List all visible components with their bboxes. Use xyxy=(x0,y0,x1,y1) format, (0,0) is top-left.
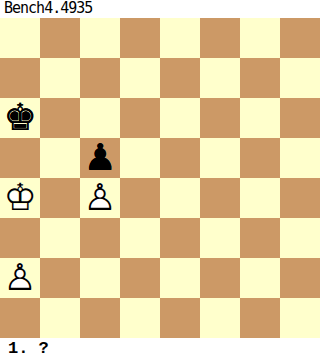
page-title: Bench4.4935 xyxy=(0,0,320,18)
square-e2[interactable] xyxy=(160,258,200,298)
square-c8[interactable] xyxy=(80,18,120,58)
square-a1[interactable] xyxy=(0,298,40,338)
square-f5[interactable] xyxy=(200,138,240,178)
piece-white-king[interactable]: ♚♔ xyxy=(0,178,40,218)
square-b1[interactable] xyxy=(40,298,80,338)
square-f7[interactable] xyxy=(200,58,240,98)
square-a5[interactable] xyxy=(0,138,40,178)
square-g1[interactable] xyxy=(240,298,280,338)
square-e3[interactable] xyxy=(160,218,200,258)
square-g4[interactable] xyxy=(240,178,280,218)
square-d4[interactable] xyxy=(120,178,160,218)
square-c1[interactable] xyxy=(80,298,120,338)
square-d5[interactable] xyxy=(120,138,160,178)
white-king-outline-glyph: ♔ xyxy=(0,178,40,218)
piece-white-pawn[interactable]: ♟♙ xyxy=(80,178,120,218)
square-a4[interactable]: ♚♔ xyxy=(0,178,40,218)
white-pawn-outline-glyph: ♙ xyxy=(0,258,40,298)
square-b7[interactable] xyxy=(40,58,80,98)
square-b3[interactable] xyxy=(40,218,80,258)
square-h7[interactable] xyxy=(280,58,320,98)
square-f6[interactable] xyxy=(200,98,240,138)
square-d1[interactable] xyxy=(120,298,160,338)
square-c4[interactable]: ♟♙ xyxy=(80,178,120,218)
square-h4[interactable] xyxy=(280,178,320,218)
square-f8[interactable] xyxy=(200,18,240,58)
square-e6[interactable] xyxy=(160,98,200,138)
square-f3[interactable] xyxy=(200,218,240,258)
square-h2[interactable] xyxy=(280,258,320,298)
square-c2[interactable] xyxy=(80,258,120,298)
square-c6[interactable] xyxy=(80,98,120,138)
square-g5[interactable] xyxy=(240,138,280,178)
square-b4[interactable] xyxy=(40,178,80,218)
black-king-outline-glyph: ♚ xyxy=(0,98,40,138)
square-h1[interactable] xyxy=(280,298,320,338)
square-g8[interactable] xyxy=(240,18,280,58)
square-a2[interactable]: ♟♙ xyxy=(0,258,40,298)
square-e8[interactable] xyxy=(160,18,200,58)
square-e7[interactable] xyxy=(160,58,200,98)
square-c7[interactable] xyxy=(80,58,120,98)
square-f1[interactable] xyxy=(200,298,240,338)
square-b2[interactable] xyxy=(40,258,80,298)
piece-black-king[interactable]: ♚♚ xyxy=(0,98,40,138)
piece-black-pawn[interactable]: ♟♟ xyxy=(80,138,120,178)
chess-board: ♚♚♟♟♚♔♟♙♟♙ xyxy=(0,18,320,338)
move-prompt: 1. ? xyxy=(0,338,320,360)
square-b8[interactable] xyxy=(40,18,80,58)
square-f2[interactable] xyxy=(200,258,240,298)
piece-white-pawn[interactable]: ♟♙ xyxy=(0,258,40,298)
square-e5[interactable] xyxy=(160,138,200,178)
square-a6[interactable]: ♚♚ xyxy=(0,98,40,138)
square-e4[interactable] xyxy=(160,178,200,218)
square-d7[interactable] xyxy=(120,58,160,98)
square-f4[interactable] xyxy=(200,178,240,218)
square-h6[interactable] xyxy=(280,98,320,138)
square-g6[interactable] xyxy=(240,98,280,138)
square-a3[interactable] xyxy=(0,218,40,258)
square-e1[interactable] xyxy=(160,298,200,338)
square-c3[interactable] xyxy=(80,218,120,258)
square-d2[interactable] xyxy=(120,258,160,298)
square-g3[interactable] xyxy=(240,218,280,258)
chess-diagram-window: Bench4.4935 ♚♚♟♟♚♔♟♙♟♙ 1. ? xyxy=(0,0,320,360)
white-pawn-outline-glyph: ♙ xyxy=(80,178,120,218)
square-d6[interactable] xyxy=(120,98,160,138)
black-pawn-outline-glyph: ♟ xyxy=(80,138,120,178)
square-b5[interactable] xyxy=(40,138,80,178)
square-h8[interactable] xyxy=(280,18,320,58)
square-d8[interactable] xyxy=(120,18,160,58)
square-g2[interactable] xyxy=(240,258,280,298)
square-h5[interactable] xyxy=(280,138,320,178)
square-b6[interactable] xyxy=(40,98,80,138)
square-a8[interactable] xyxy=(0,18,40,58)
square-g7[interactable] xyxy=(240,58,280,98)
square-h3[interactable] xyxy=(280,218,320,258)
square-d3[interactable] xyxy=(120,218,160,258)
square-a7[interactable] xyxy=(0,58,40,98)
square-c5[interactable]: ♟♟ xyxy=(80,138,120,178)
